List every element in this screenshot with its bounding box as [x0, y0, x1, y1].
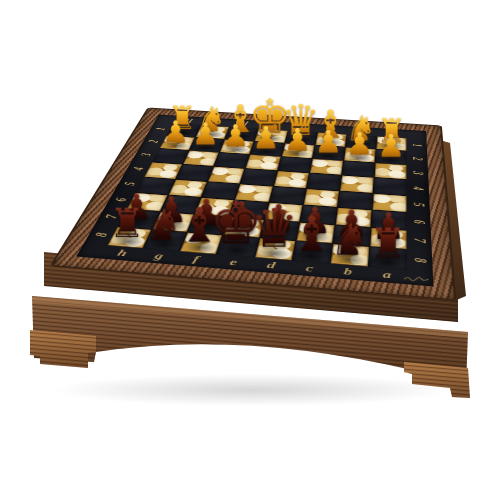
piece-glyph: ♞	[144, 205, 182, 245]
square-e4[interactable]	[241, 169, 277, 186]
square-g3[interactable]	[183, 151, 219, 167]
piece-glyph: ♟	[345, 129, 373, 159]
piece-glyph: ♟	[162, 118, 189, 147]
board-wood-frame: 12345678 12345678 hgfedcba hgfedcba ♜♞♝♚…	[53, 108, 454, 299]
square-a4[interactable]	[374, 178, 407, 195]
square-a3[interactable]	[375, 163, 407, 179]
square-f3[interactable]	[214, 153, 249, 169]
piece-glyph: ♟	[222, 121, 249, 150]
piece-white-pawn[interactable]: ♟	[222, 121, 249, 150]
piece-white-pawn[interactable]: ♟	[192, 119, 219, 148]
square-e2[interactable]: ♟	[251, 141, 284, 156]
square-c2[interactable]: ♟	[312, 145, 344, 160]
square-b8[interactable]: ♞	[330, 244, 369, 267]
piece-glyph: ♟	[253, 123, 281, 152]
piece-glyph: ♟	[192, 119, 219, 148]
piece-black-knight[interactable]: ♞	[330, 219, 369, 261]
piece-black-knight[interactable]: ♞	[144, 205, 182, 245]
piece-glyph: ♟	[283, 125, 311, 154]
piece-glyph: ♟	[314, 127, 342, 156]
piece-black-rook[interactable]: ♜	[109, 204, 145, 242]
square-g2[interactable]: ♟	[190, 138, 225, 153]
square-b3[interactable]	[342, 161, 375, 177]
piece-black-rook[interactable]: ♜	[369, 224, 406, 264]
piece-glyph: ♜	[369, 224, 406, 264]
square-c3[interactable]	[310, 159, 343, 175]
piece-glyph: ♟	[377, 131, 405, 161]
square-b4[interactable]	[340, 176, 374, 193]
square-f4[interactable]	[208, 167, 244, 184]
square-d2[interactable]: ♟	[281, 143, 314, 158]
square-c8[interactable]: ♝	[292, 241, 332, 263]
board-border-band: 12345678 12345678 hgfedcba hgfedcba ♜♞♝♚…	[76, 115, 433, 287]
piece-white-pawn[interactable]: ♟	[162, 118, 189, 147]
piece-glyph: ♝	[290, 212, 333, 258]
piece-black-bishop[interactable]: ♝	[290, 212, 333, 258]
piece-white-pawn[interactable]: ♟	[377, 131, 405, 161]
chess-board: 12345678 12345678 hgfedcba hgfedcba ♜♞♝♚…	[53, 108, 454, 299]
board-scene: 12345678 12345678 hgfedcba hgfedcba ♜♞♝♚…	[0, 0, 500, 500]
piece-white-pawn[interactable]: ♟	[314, 127, 342, 156]
square-e3[interactable]	[246, 155, 280, 171]
scene: 12345678 12345678 hgfedcba hgfedcba ♜♞♝♚…	[0, 0, 500, 500]
square-d3[interactable]	[278, 157, 312, 173]
square-c4[interactable]	[307, 173, 341, 190]
square-d4[interactable]	[274, 171, 309, 188]
piece-white-pawn[interactable]: ♟	[345, 129, 373, 159]
square-f2[interactable]: ♟	[220, 140, 254, 155]
piece-glyph: ♞	[330, 219, 369, 261]
piece-white-pawn[interactable]: ♟	[283, 125, 311, 154]
square-d8[interactable]: ♛	[255, 238, 295, 260]
piece-white-pawn[interactable]: ♟	[253, 123, 281, 152]
rank-labels-right: 12345678	[406, 138, 432, 272]
piece-glyph: ♜	[109, 204, 145, 242]
maker-signature-mark	[403, 275, 430, 284]
square-g4[interactable]	[176, 165, 213, 182]
square-a8[interactable]: ♜	[369, 247, 407, 270]
